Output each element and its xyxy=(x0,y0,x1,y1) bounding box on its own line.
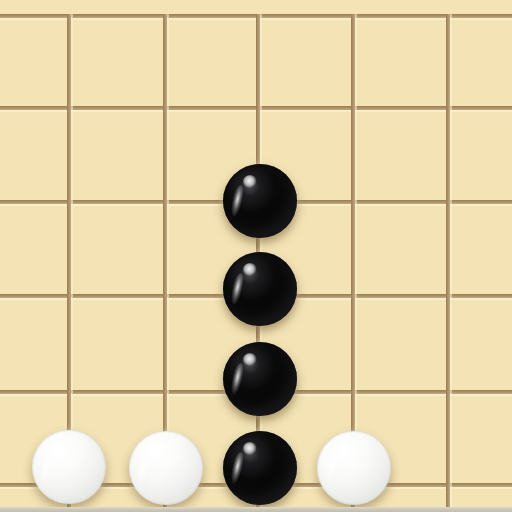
white-stone xyxy=(317,431,391,505)
white-stone xyxy=(129,431,203,505)
black-stone xyxy=(223,431,297,505)
board-bottom-edge xyxy=(0,507,512,512)
black-stone xyxy=(223,342,297,416)
black-stone xyxy=(223,252,297,326)
go-board[interactable] xyxy=(0,0,512,512)
white-stone xyxy=(32,430,106,504)
black-stone xyxy=(223,164,297,238)
grid-line-vertical xyxy=(446,14,450,507)
